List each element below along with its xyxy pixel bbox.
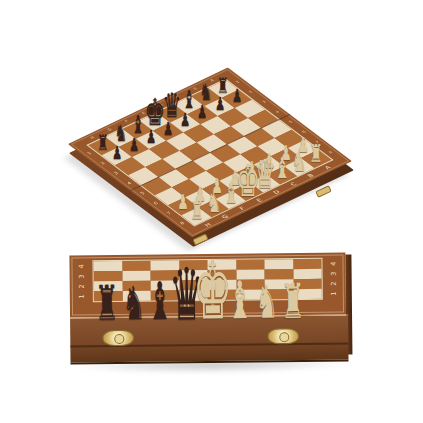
- product-photo-scene: HGFEDCBA HGFEDCBA 12345678 12345678 ♜♞♝♛…: [0, 0, 423, 423]
- box-square: [265, 289, 294, 299]
- box-square: [236, 269, 265, 279]
- box-rank-labels: 43214321: [69, 253, 345, 256]
- box-rank-label: 2: [330, 282, 338, 286]
- box-square: [293, 259, 322, 269]
- box-square: [179, 290, 208, 300]
- box-checkerboard: [93, 259, 321, 301]
- box-rank-label: 4: [329, 262, 337, 266]
- box-file-label: A: [104, 302, 109, 311]
- box-rank-label: 1: [330, 292, 338, 296]
- box-rank-label: 2: [78, 284, 86, 288]
- box-square: [94, 271, 123, 281]
- box-shadow: [75, 359, 347, 375]
- box-square: [179, 260, 208, 270]
- box-square: [264, 259, 293, 269]
- box-rank-label: 3: [78, 274, 86, 278]
- box-file-label: G: [264, 300, 270, 309]
- box-square: [122, 281, 151, 291]
- box-rank-label: 1: [78, 294, 86, 298]
- box-file-label: H: [290, 300, 296, 309]
- box-square: [151, 290, 180, 300]
- box-square: [208, 280, 237, 290]
- box-file-label: B: [131, 302, 136, 311]
- box-square: [94, 281, 123, 291]
- box-display-pieces: ♜♞♝♛♚♝♞♜: [69, 245, 351, 248]
- box-square: [236, 279, 265, 289]
- box-file-labels: ABCDEFGH: [69, 253, 345, 256]
- box-file-label: F: [238, 301, 242, 310]
- box-file-label: C: [157, 302, 162, 311]
- brass-clasp: [267, 328, 299, 344]
- open-chess-board: HGFEDCBA HGFEDCBA 12345678 12345678: [68, 68, 352, 238]
- brass-clasp: [102, 330, 134, 346]
- box-square: [236, 259, 265, 269]
- box-square: [151, 270, 180, 280]
- box-square: [122, 271, 151, 281]
- box-rank-label: 4: [77, 264, 85, 268]
- box-square: [179, 280, 208, 290]
- box-top-surface: ABCDEFGH 43214321: [69, 253, 346, 318]
- box-file-label: D: [184, 301, 190, 310]
- box-file-label: E: [211, 301, 216, 310]
- box-square: [94, 291, 123, 301]
- box-square: [293, 269, 322, 279]
- box-square: [293, 279, 322, 289]
- box-square: [93, 261, 122, 271]
- folded-chess-box: ABCDEFGH 43214321 ♜♞♝♛♚♝♞♜: [69, 245, 352, 380]
- box-square: [265, 269, 294, 279]
- box-front-face: [70, 315, 348, 365]
- box-square: [207, 260, 236, 270]
- box-square: [122, 291, 151, 301]
- box-square: [151, 280, 180, 290]
- box-square: [179, 270, 208, 280]
- box-rank-label: 3: [330, 272, 338, 276]
- box-square: [150, 260, 179, 270]
- box-square: [293, 289, 322, 299]
- box-square: [208, 270, 237, 280]
- box-square: [208, 290, 237, 300]
- box-square: [236, 289, 265, 299]
- box-square: [265, 279, 294, 289]
- box-square: [122, 261, 151, 271]
